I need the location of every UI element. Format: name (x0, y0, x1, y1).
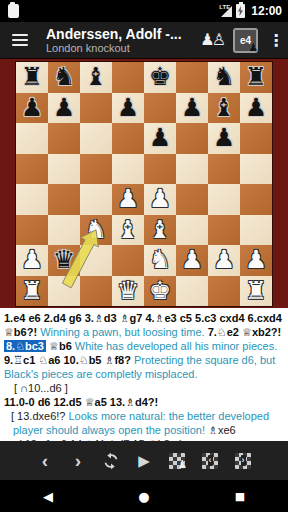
notation-line: 8.♘bc3 ♕b6 White has developed all his m… (4, 339, 284, 353)
piece-white-knight: ♞ (144, 245, 176, 276)
notation-line: 1.e4 e6 2.d4 g6 3.♗d3 ♗g7 4.♗e3 c5 5.c3 … (4, 311, 284, 325)
square-h8[interactable]: ♜ (240, 62, 272, 93)
square-f7[interactable]: ♟ (176, 93, 208, 124)
square-h2[interactable]: ♟ (240, 245, 272, 276)
square-b1[interactable] (48, 276, 80, 307)
piece-black-pawn: ♟ (48, 93, 80, 124)
square-d7[interactable]: ♟ (112, 93, 144, 124)
square-h6[interactable] (240, 123, 272, 154)
current-move[interactable]: 8.♘bc3 (4, 340, 46, 352)
piece-white-bishop: ♝ (144, 215, 176, 246)
square-g4[interactable] (208, 184, 240, 215)
square-g1[interactable] (208, 276, 240, 307)
notation-line: [ 13.dxe6!? Looks more natural: the bett… (4, 409, 284, 423)
square-a7[interactable]: ♟ (16, 93, 48, 124)
square-h5[interactable] (240, 154, 272, 185)
piece-white-knight: ♞ (80, 215, 112, 246)
home-button[interactable]: ● (96, 489, 192, 504)
piece-white-pawn: ♟ (16, 245, 48, 276)
piece-black-bishop: ♝ (80, 62, 112, 93)
prev-game-icon[interactable]: ‹ (199, 449, 221, 473)
piece-black-queen: ♛ (48, 245, 80, 276)
square-a1[interactable]: ♜ (16, 276, 48, 307)
app-bar: Anderssen, Adolf -... London knockout ♟♙… (0, 22, 288, 58)
square-a5[interactable] (16, 154, 48, 185)
prev-move-icon[interactable]: ‹ (34, 449, 56, 473)
square-f4[interactable] (176, 184, 208, 215)
notation-line: 9.♖c1 ♘a6 10.♘b5 ♗f8? Protecting the squ… (4, 353, 284, 367)
comment-text: White has developed all his minor pieces… (75, 340, 277, 352)
piece-white-pawn: ♟ (208, 245, 240, 276)
notation-line: [ ∩10...d6 ] (4, 381, 284, 395)
piece-black-pawn: ♟ (240, 93, 272, 124)
e4-badge-pawn-icon: ♟ (248, 41, 258, 54)
phone-screen: LTE 12:00 Anderssen, Adolf -... London k… (0, 0, 288, 512)
mainline-moves[interactable]: 7.♘e2 ♕xb2?! (208, 326, 282, 338)
square-g5[interactable] (208, 154, 240, 185)
square-b5[interactable] (48, 154, 80, 185)
page-title: Anderssen, Adolf -... (46, 26, 200, 42)
square-b7[interactable]: ♟ (48, 93, 80, 124)
piece-black-king: ♚ (144, 62, 176, 93)
android-nav-bar: ◀ ● ■ (0, 480, 288, 512)
piece-black-knight: ♞ (208, 62, 240, 93)
game-notation-panel[interactable]: 1.e4 e6 2.d4 g6 3.♗d3 ♗g7 4.♗e3 c5 5.c3 … (0, 308, 288, 441)
square-a4[interactable] (16, 184, 48, 215)
menu-icon[interactable] (6, 25, 36, 55)
square-g2[interactable]: ♟ (208, 245, 240, 276)
square-f6[interactable] (176, 123, 208, 154)
square-c2[interactable] (80, 245, 112, 276)
pieces-icon[interactable]: ♟♙ (200, 32, 223, 48)
chess-board[interactable]: ♜♞♝♚♞♜♟♟♟♟♝♟♟♟♟♟♞♝♝♟♛♞♟♟♟♜♛♚♜ (16, 62, 272, 306)
square-d3[interactable]: ♝ (112, 215, 144, 246)
square-b6[interactable] (48, 123, 80, 154)
variation-moves[interactable]: ♗xe6 (208, 424, 236, 436)
notation-line: 11.0-0 d6 12.d5 ♕a5 13.♗d4?! (4, 395, 284, 409)
piece-white-pawn: ♟ (240, 245, 272, 276)
square-d6[interactable] (112, 123, 144, 154)
flip-board-icon[interactable] (100, 449, 122, 473)
autoplay-icon[interactable]: ▶ (133, 449, 155, 473)
square-c4[interactable] (80, 184, 112, 215)
piece-white-pawn: ♟ (112, 184, 144, 215)
square-g8[interactable]: ♞ (208, 62, 240, 93)
setup-board-icon[interactable]: ♟ (166, 449, 188, 473)
mainline-moves[interactable]: 11.0-0 d6 12.d5 ♕a5 13.♗d4?! (4, 396, 158, 408)
square-b4[interactable] (48, 184, 80, 215)
square-g6[interactable]: ♟ (208, 123, 240, 154)
status-bar: LTE 12:00 (0, 0, 288, 22)
comment-text: Black's pieces are completly misplaced. (4, 368, 197, 380)
variation-moves[interactable]: [ ∩10...d6 ] (14, 382, 68, 394)
back-button[interactable]: ◀ (0, 489, 96, 504)
cell-signal-icon: LTE (219, 5, 232, 18)
piece-black-pawn: ♟ (112, 93, 144, 124)
square-a6[interactable] (16, 123, 48, 154)
square-e6[interactable]: ♟ (144, 123, 176, 154)
square-c7[interactable] (80, 93, 112, 124)
square-e3[interactable]: ♝ (144, 215, 176, 246)
comment-text: Looks more natural: the better developed (69, 410, 270, 422)
overflow-menu-icon[interactable]: ⋮ (268, 31, 280, 50)
square-g7[interactable]: ♝ (208, 93, 240, 124)
recents-button[interactable]: ■ (192, 490, 288, 503)
piece-black-rook: ♜ (240, 62, 272, 93)
piece-white-queen: ♛ (112, 276, 144, 307)
next-game-icon[interactable]: › (232, 449, 254, 473)
square-h4[interactable] (240, 184, 272, 215)
mainline-moves[interactable]: ♕b6 (46, 340, 75, 352)
square-d2[interactable] (112, 245, 144, 276)
square-c1[interactable] (80, 276, 112, 307)
square-e1[interactable]: ♚ (144, 276, 176, 307)
square-g3[interactable] (208, 215, 240, 246)
square-c5[interactable] (80, 154, 112, 185)
square-e8[interactable]: ♚ (144, 62, 176, 93)
square-e4[interactable]: ♟ (144, 184, 176, 215)
piece-black-knight: ♞ (48, 62, 80, 93)
notation-line: Black's pieces are completly misplaced. (4, 367, 284, 381)
piece-white-bishop: ♝ (112, 215, 144, 246)
square-a2[interactable]: ♟ (16, 245, 48, 276)
square-e5[interactable] (144, 154, 176, 185)
notation-view-icon[interactable]: e4 ♟ (233, 28, 258, 53)
board-frame: ♜♞♝♚♞♜♟♟♟♟♝♟♟♟♟♟♞♝♝♟♛♞♟♟♟♜♛♚♜ (0, 58, 288, 308)
piece-black-bishop: ♝ (208, 93, 240, 124)
square-f2[interactable]: ♟ (176, 245, 208, 276)
square-f1[interactable] (176, 276, 208, 307)
piece-white-rook: ♜ (16, 276, 48, 307)
clock-label: 12:00 (251, 4, 282, 18)
square-h3[interactable] (240, 215, 272, 246)
square-d4[interactable]: ♟ (112, 184, 144, 215)
square-d5[interactable] (112, 154, 144, 185)
piece-black-pawn: ♟ (176, 93, 208, 124)
square-c8[interactable]: ♝ (80, 62, 112, 93)
square-b3[interactable] (48, 215, 80, 246)
square-f5[interactable] (176, 154, 208, 185)
square-a3[interactable] (16, 215, 48, 246)
piece-black-pawn: ♟ (16, 93, 48, 124)
square-f8[interactable] (176, 62, 208, 93)
square-h7[interactable]: ♟ (240, 93, 272, 124)
square-b8[interactable]: ♞ (48, 62, 80, 93)
variation-moves[interactable]: [ 13.dxe6!? (11, 410, 69, 422)
comment-text: player should always open the position! (13, 424, 208, 436)
page-subtitle: London knockout (46, 42, 200, 55)
piece-black-pawn: ♟ (144, 123, 176, 154)
mainline-moves[interactable]: 9.♖c1 ♘a6 10.♘b5 ♗f8? (4, 354, 134, 366)
piece-black-rook: ♜ (16, 62, 48, 93)
notation-line: ♕b6?! Winning a pawn, but loosing time. … (4, 325, 284, 339)
battery-icon (236, 4, 245, 18)
square-b2[interactable]: ♛ (48, 245, 80, 276)
piece-white-pawn: ♟ (144, 184, 176, 215)
bottom-toolbar: ‹›▶♟‹› (0, 441, 288, 480)
square-e2[interactable]: ♞ (144, 245, 176, 276)
square-d8[interactable] (112, 62, 144, 93)
mainline-moves[interactable]: 1.e4 e6 2.d4 g6 3.♗d3 ♗g7 4.♗e3 c5 5.c3 … (4, 312, 282, 324)
piece-black-pawn: ♟ (208, 123, 240, 154)
square-h1[interactable]: ♜ (240, 276, 272, 307)
next-move-icon[interactable]: › (67, 449, 89, 473)
piece-white-king: ♚ (144, 276, 176, 307)
square-e7[interactable] (144, 93, 176, 124)
mainline-moves[interactable]: ♕b6?! (4, 326, 40, 338)
sd-card-notification-icon (8, 4, 19, 18)
square-c3[interactable]: ♞ (80, 215, 112, 246)
piece-white-rook: ♜ (240, 276, 272, 307)
square-a8[interactable]: ♜ (16, 62, 48, 93)
comment-text: Winning a pawn, but loosing time. (40, 326, 208, 338)
square-c6[interactable] (80, 123, 112, 154)
square-d1[interactable]: ♛ (112, 276, 144, 307)
comment-text: Protecting the square d6, but (134, 354, 275, 366)
piece-white-pawn: ♟ (176, 245, 208, 276)
square-f3[interactable] (176, 215, 208, 246)
notation-line: player should always open the position! … (4, 423, 284, 437)
